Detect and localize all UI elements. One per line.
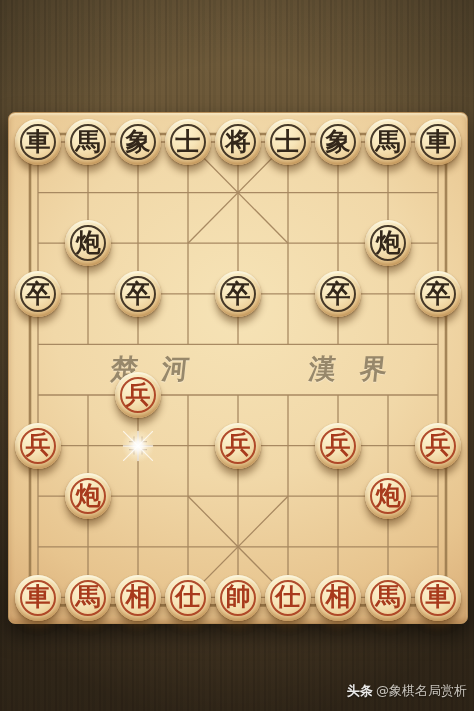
board-point-0-5[interactable] <box>13 370 63 421</box>
board-point-8-4[interactable] <box>413 319 463 370</box>
piece-glyph: 車 <box>26 129 51 154</box>
piece-red-a-3-9[interactable]: 仕 <box>165 575 211 621</box>
board-point-0-1[interactable] <box>13 168 63 219</box>
board-point-3-0[interactable]: 士 <box>163 117 213 168</box>
board-point-5-4[interactable] <box>263 319 313 370</box>
board-point-8-5[interactable] <box>413 370 463 421</box>
board-point-5-6[interactable] <box>263 421 313 472</box>
piece-glyph: 卒 <box>26 281 51 306</box>
board-point-8-2[interactable] <box>413 218 463 269</box>
piece-glyph: 象 <box>126 129 151 154</box>
piece-red-r-8-9[interactable]: 車 <box>415 575 461 621</box>
board-point-3-5[interactable] <box>163 370 213 421</box>
board-point-0-7[interactable] <box>13 471 63 522</box>
piece-black-b-2-0[interactable]: 象 <box>115 119 161 165</box>
piece-glyph: 仕 <box>276 584 301 609</box>
piece-red-p-0-6[interactable]: 兵 <box>15 423 61 469</box>
piece-red-p-8-6[interactable]: 兵 <box>415 423 461 469</box>
board-point-2-8[interactable] <box>113 522 163 573</box>
board-point-0-8[interactable] <box>13 522 63 573</box>
piece-red-c-7-7[interactable]: 炮 <box>365 473 411 519</box>
piece-red-p-2-5[interactable]: 兵 <box>115 372 161 418</box>
piece-red-n-7-9[interactable]: 馬 <box>365 575 411 621</box>
watermark-brand: 头条 <box>347 683 373 698</box>
board-point-1-8[interactable] <box>63 522 113 573</box>
piece-glyph: 炮 <box>376 230 401 255</box>
piece-glyph: 炮 <box>76 230 101 255</box>
board-point-3-8[interactable] <box>163 522 213 573</box>
board-point-6-1[interactable] <box>313 168 363 219</box>
board-point-4-1[interactable] <box>213 168 263 219</box>
piece-glyph: 兵 <box>326 432 351 457</box>
piece-black-n-1-0[interactable]: 馬 <box>65 119 111 165</box>
piece-red-k-4-9[interactable]: 帥 <box>215 575 261 621</box>
board-point-7-3[interactable] <box>363 269 413 320</box>
piece-black-r-0-0[interactable]: 車 <box>15 119 61 165</box>
board-point-3-3[interactable] <box>163 269 213 320</box>
piece-black-p-4-3[interactable]: 卒 <box>215 271 261 317</box>
board-point-3-2[interactable] <box>163 218 213 269</box>
game-scene: 楚河 漢界 車馬象士将士象馬車炮炮卒卒卒卒卒兵兵兵兵兵炮炮車馬相仕帥仕相馬車 头… <box>0 0 474 711</box>
piece-glyph: 炮 <box>376 483 401 508</box>
board-point-8-3[interactable]: 卒 <box>413 269 463 320</box>
board-point-0-6[interactable]: 兵 <box>13 421 63 472</box>
board-point-1-4[interactable] <box>63 319 113 370</box>
board-point-6-8[interactable] <box>313 522 363 573</box>
board-point-0-9[interactable]: 車 <box>13 572 63 623</box>
piece-black-r-8-0[interactable]: 車 <box>415 119 461 165</box>
board-point-3-9[interactable]: 仕 <box>163 572 213 623</box>
board-point-4-8[interactable] <box>213 522 263 573</box>
board-point-7-9[interactable]: 馬 <box>363 572 413 623</box>
piece-glyph: 馬 <box>376 584 401 609</box>
board-point-5-2[interactable] <box>263 218 313 269</box>
piece-glyph: 卒 <box>426 281 451 306</box>
board-point-7-4[interactable] <box>363 319 413 370</box>
piece-glyph: 士 <box>176 129 201 154</box>
piece-glyph: 卒 <box>226 281 251 306</box>
board-point-2-6[interactable] <box>113 421 163 472</box>
piece-red-n-1-9[interactable]: 馬 <box>65 575 111 621</box>
board-point-2-4[interactable] <box>113 319 163 370</box>
board-point-5-0[interactable]: 士 <box>263 117 313 168</box>
board-point-2-1[interactable] <box>113 168 163 219</box>
board-point-1-6[interactable] <box>63 421 113 472</box>
board-point-3-1[interactable] <box>163 168 213 219</box>
piece-glyph: 将 <box>226 129 251 154</box>
xiangqi-board: 楚河 漢界 車馬象士将士象馬車炮炮卒卒卒卒卒兵兵兵兵兵炮炮車馬相仕帥仕相馬車 <box>8 112 468 624</box>
board-point-3-6[interactable] <box>163 421 213 472</box>
board-point-6-9[interactable]: 相 <box>313 572 363 623</box>
piece-black-b-6-0[interactable]: 象 <box>315 119 361 165</box>
piece-glyph: 兵 <box>26 432 51 457</box>
board-point-4-2[interactable] <box>213 218 263 269</box>
piece-glyph: 兵 <box>226 432 251 457</box>
piece-red-r-0-9[interactable]: 車 <box>15 575 61 621</box>
board-point-0-2[interactable] <box>13 218 63 269</box>
board-point-6-3[interactable]: 卒 <box>313 269 363 320</box>
board-point-4-7[interactable] <box>213 471 263 522</box>
board-point-7-2[interactable]: 炮 <box>363 218 413 269</box>
board-point-0-4[interactable] <box>13 319 63 370</box>
board-point-7-1[interactable] <box>363 168 413 219</box>
piece-black-n-7-0[interactable]: 馬 <box>365 119 411 165</box>
piece-glyph: 車 <box>26 584 51 609</box>
piece-red-a-5-9[interactable]: 仕 <box>265 575 311 621</box>
watermark-handle: @象棋名局赏析 <box>376 683 467 698</box>
board-point-5-9[interactable]: 仕 <box>263 572 313 623</box>
board-point-3-7[interactable] <box>163 471 213 522</box>
board-point-0-0[interactable]: 車 <box>13 117 63 168</box>
board-point-1-7[interactable]: 炮 <box>63 471 113 522</box>
board-point-1-9[interactable]: 馬 <box>63 572 113 623</box>
piece-glyph: 相 <box>326 584 351 609</box>
board-point-3-4[interactable] <box>163 319 213 370</box>
piece-glyph: 車 <box>426 584 451 609</box>
board-point-7-6[interactable] <box>363 421 413 472</box>
board-point-5-3[interactable] <box>263 269 313 320</box>
board-point-8-0[interactable]: 車 <box>413 117 463 168</box>
board-point-8-1[interactable] <box>413 168 463 219</box>
piece-red-b-6-9[interactable]: 相 <box>315 575 361 621</box>
board-point-1-2[interactable]: 炮 <box>63 218 113 269</box>
board-point-1-1[interactable] <box>63 168 113 219</box>
piece-red-p-4-6[interactable]: 兵 <box>215 423 261 469</box>
board-point-7-5[interactable] <box>363 370 413 421</box>
piece-glyph: 馬 <box>76 584 101 609</box>
board-point-4-0[interactable]: 将 <box>213 117 263 168</box>
board-point-7-8[interactable] <box>363 522 413 573</box>
board-point-1-0[interactable]: 馬 <box>63 117 113 168</box>
piece-black-a-3-0[interactable]: 士 <box>165 119 211 165</box>
board-point-2-3[interactable]: 卒 <box>113 269 163 320</box>
board-point-8-7[interactable] <box>413 471 463 522</box>
board-point-0-3[interactable]: 卒 <box>13 269 63 320</box>
board-point-4-4[interactable] <box>213 319 263 370</box>
watermark: 头条@象棋名局赏析 <box>347 682 467 700</box>
board-point-5-8[interactable] <box>263 522 313 573</box>
piece-black-c-1-2[interactable]: 炮 <box>65 220 111 266</box>
piece-red-p-6-6[interactable]: 兵 <box>315 423 361 469</box>
piece-glyph: 車 <box>426 129 451 154</box>
piece-glyph: 士 <box>276 129 301 154</box>
last-move-origin-sparkle <box>121 429 155 463</box>
piece-glyph: 帥 <box>226 584 251 609</box>
piece-glyph: 兵 <box>426 432 451 457</box>
board-point-6-0[interactable]: 象 <box>313 117 363 168</box>
piece-black-c-7-2[interactable]: 炮 <box>365 220 411 266</box>
piece-black-p-8-3[interactable]: 卒 <box>415 271 461 317</box>
board-point-6-7[interactable] <box>313 471 363 522</box>
board-point-1-3[interactable] <box>63 269 113 320</box>
board-point-2-2[interactable] <box>113 218 163 269</box>
piece-red-b-2-9[interactable]: 相 <box>115 575 161 621</box>
piece-glyph: 相 <box>126 584 151 609</box>
board-point-4-3[interactable]: 卒 <box>213 269 263 320</box>
board-point-6-2[interactable] <box>313 218 363 269</box>
piece-glyph: 卒 <box>126 281 151 306</box>
piece-glyph: 仕 <box>176 584 201 609</box>
board-point-2-9[interactable]: 相 <box>113 572 163 623</box>
piece-glyph: 象 <box>326 129 351 154</box>
board-point-2-7[interactable] <box>113 471 163 522</box>
board-point-5-5[interactable] <box>263 370 313 421</box>
board-point-4-6[interactable]: 兵 <box>213 421 263 472</box>
board-point-5-1[interactable] <box>263 168 313 219</box>
piece-black-p-0-3[interactable]: 卒 <box>15 271 61 317</box>
piece-glyph: 炮 <box>76 483 101 508</box>
piece-black-a-5-0[interactable]: 士 <box>265 119 311 165</box>
piece-glyph: 馬 <box>76 129 101 154</box>
board-point-6-4[interactable] <box>313 319 363 370</box>
board-point-4-9[interactable]: 帥 <box>213 572 263 623</box>
board-point-8-6[interactable]: 兵 <box>413 421 463 472</box>
board-point-8-8[interactable] <box>413 522 463 573</box>
piece-red-c-1-7[interactable]: 炮 <box>65 473 111 519</box>
piece-glyph: 馬 <box>376 129 401 154</box>
board-point-8-9[interactable]: 車 <box>413 572 463 623</box>
board-point-7-7[interactable]: 炮 <box>363 471 413 522</box>
board-point-1-5[interactable] <box>63 370 113 421</box>
piece-black-k-4-0[interactable]: 将 <box>215 119 261 165</box>
board-point-5-7[interactable] <box>263 471 313 522</box>
board-point-6-5[interactable] <box>313 370 363 421</box>
board-point-2-0[interactable]: 象 <box>113 117 163 168</box>
board-grid: 車馬象士将士象馬車炮炮卒卒卒卒卒兵兵兵兵兵炮炮車馬相仕帥仕相馬車 <box>13 117 463 623</box>
piece-glyph: 卒 <box>326 281 351 306</box>
piece-black-p-6-3[interactable]: 卒 <box>315 271 361 317</box>
piece-black-p-2-3[interactable]: 卒 <box>115 271 161 317</box>
board-point-4-5[interactable] <box>213 370 263 421</box>
piece-glyph: 兵 <box>126 382 151 407</box>
board-point-6-6[interactable]: 兵 <box>313 421 363 472</box>
board-point-7-0[interactable]: 馬 <box>363 117 413 168</box>
board-point-2-5[interactable]: 兵 <box>113 370 163 421</box>
